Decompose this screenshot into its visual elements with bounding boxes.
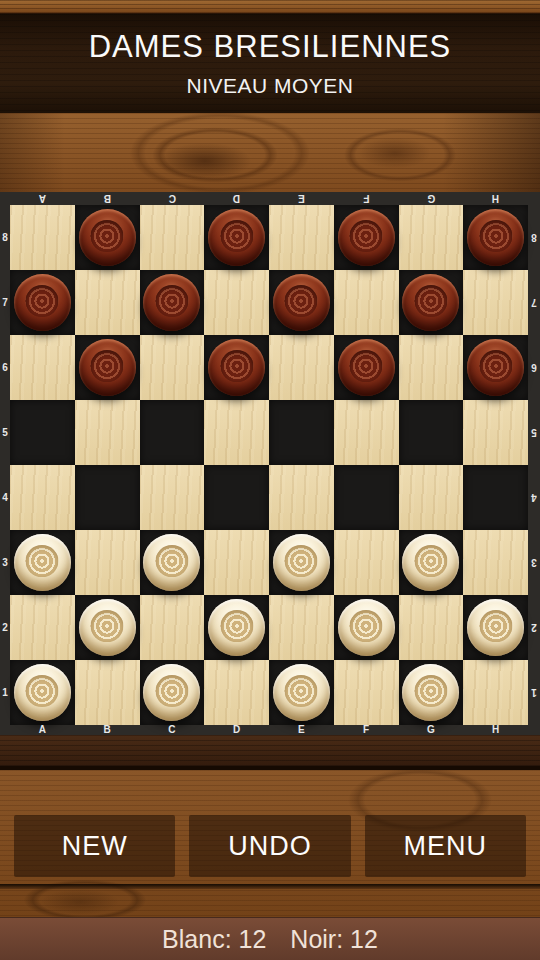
square-f1[interactable] — [334, 660, 399, 725]
piece-black-d6[interactable] — [208, 339, 265, 396]
piece-rings — [155, 675, 188, 707]
piece-rings — [220, 220, 253, 252]
piece-rings — [479, 220, 512, 252]
piece-black-d8[interactable] — [208, 209, 265, 266]
menu-button[interactable]: MENU — [365, 815, 526, 877]
square-a8[interactable] — [10, 205, 75, 270]
square-c4[interactable] — [140, 465, 205, 530]
square-g6[interactable] — [399, 335, 464, 400]
rank-label-5: 5 — [0, 400, 10, 465]
undo-button[interactable]: UNDO — [189, 815, 350, 877]
square-f6[interactable] — [334, 335, 399, 400]
board-grid — [10, 205, 528, 725]
square-e2[interactable] — [269, 595, 334, 660]
piece-rings — [91, 350, 124, 382]
rank-label-7: 7 — [528, 270, 540, 335]
square-e4[interactable] — [269, 465, 334, 530]
black-count: Noir: 12 — [290, 925, 378, 954]
square-h6[interactable] — [463, 335, 528, 400]
piece-black-e7[interactable] — [273, 274, 330, 331]
piece-rings — [350, 610, 383, 642]
square-a2[interactable] — [10, 595, 75, 660]
square-f5[interactable] — [334, 400, 399, 465]
piece-rings — [479, 350, 512, 382]
square-c7[interactable] — [140, 270, 205, 335]
white-count: Blanc: 12 — [162, 925, 266, 954]
square-a6[interactable] — [10, 335, 75, 400]
app-screen: DAMES BRESILIENNES NIVEAU MOYEN ABCDEFGH… — [0, 0, 540, 960]
square-a7[interactable] — [10, 270, 75, 335]
files-bottom: ABCDEFGH — [10, 725, 528, 735]
file-label-c: C — [140, 192, 205, 205]
square-h7[interactable] — [463, 270, 528, 335]
square-d2[interactable] — [204, 595, 269, 660]
square-b8[interactable] — [75, 205, 140, 270]
difficulty-subtitle: NIVEAU MOYEN — [186, 74, 353, 98]
piece-white-b2[interactable] — [79, 599, 136, 656]
square-e8[interactable] — [269, 205, 334, 270]
square-b1[interactable] — [75, 660, 140, 725]
wood-plank-below-board — [0, 735, 540, 770]
piece-white-g1[interactable] — [402, 664, 459, 721]
piece-white-c3[interactable] — [143, 534, 200, 591]
piece-rings — [350, 220, 383, 252]
square-g3[interactable] — [399, 530, 464, 595]
square-a4[interactable] — [10, 465, 75, 530]
square-d5[interactable] — [204, 400, 269, 465]
files-top: ABCDEFGH — [10, 192, 528, 205]
rank-label-2: 2 — [0, 595, 10, 660]
square-d4[interactable] — [204, 465, 269, 530]
square-d3[interactable] — [204, 530, 269, 595]
square-f3[interactable] — [334, 530, 399, 595]
piece-rings — [350, 350, 383, 382]
piece-rings — [414, 285, 447, 317]
rank-label-2: 2 — [528, 595, 540, 660]
square-c6[interactable] — [140, 335, 205, 400]
piece-black-h8[interactable] — [467, 209, 524, 266]
piece-rings — [26, 285, 59, 317]
square-f4[interactable] — [334, 465, 399, 530]
square-g2[interactable] — [399, 595, 464, 660]
piece-black-h6[interactable] — [467, 339, 524, 396]
file-label-h: H — [463, 725, 528, 735]
rank-label-1: 1 — [0, 660, 10, 725]
square-h8[interactable] — [463, 205, 528, 270]
wood-seam — [0, 884, 540, 889]
square-f8[interactable] — [334, 205, 399, 270]
rank-label-6: 6 — [528, 335, 540, 400]
square-b7[interactable] — [75, 270, 140, 335]
new-button[interactable]: NEW — [14, 815, 175, 877]
rank-label-5: 5 — [528, 400, 540, 465]
rank-label-4: 4 — [528, 465, 540, 530]
rank-label-7: 7 — [0, 270, 10, 335]
square-g1[interactable] — [399, 660, 464, 725]
square-g5[interactable] — [399, 400, 464, 465]
piece-rings — [479, 610, 512, 642]
square-a5[interactable] — [10, 400, 75, 465]
piece-white-a3[interactable] — [14, 534, 71, 591]
piece-rings — [155, 545, 188, 577]
piece-white-d2[interactable] — [208, 599, 265, 656]
piece-black-f6[interactable] — [338, 339, 395, 396]
square-c5[interactable] — [140, 400, 205, 465]
square-g8[interactable] — [399, 205, 464, 270]
piece-rings — [220, 610, 253, 642]
piece-black-a7[interactable] — [14, 274, 71, 331]
piece-rings — [26, 545, 59, 577]
file-label-a: A — [10, 192, 75, 205]
piece-black-f8[interactable] — [338, 209, 395, 266]
square-c1[interactable] — [140, 660, 205, 725]
piece-rings — [91, 220, 124, 252]
file-label-b: B — [75, 192, 140, 205]
square-h2[interactable] — [463, 595, 528, 660]
file-label-d: D — [204, 725, 269, 735]
title-band: DAMES BRESILIENNES NIVEAU MOYEN — [0, 14, 540, 113]
square-e1[interactable] — [269, 660, 334, 725]
rank-label-3: 3 — [528, 530, 540, 595]
piece-rings — [285, 545, 318, 577]
piece-white-h2[interactable] — [467, 599, 524, 656]
file-label-e: E — [269, 725, 334, 735]
rank-label-3: 3 — [0, 530, 10, 595]
square-b5[interactable] — [75, 400, 140, 465]
square-h4[interactable] — [463, 465, 528, 530]
rank-label-1: 1 — [528, 660, 540, 725]
checkers-board: ABCDEFGH 87654321 87654321 ABCDEFGH — [0, 192, 540, 735]
piece-white-a1[interactable] — [14, 664, 71, 721]
rank-label-8: 8 — [0, 205, 10, 270]
square-d6[interactable] — [204, 335, 269, 400]
ranks-left: 87654321 — [0, 205, 10, 725]
piece-white-f2[interactable] — [338, 599, 395, 656]
square-a3[interactable] — [10, 530, 75, 595]
piece-white-c1[interactable] — [143, 664, 200, 721]
file-label-b: B — [75, 725, 140, 735]
piece-rings — [220, 350, 253, 382]
file-label-a: A — [10, 725, 75, 735]
square-e3[interactable] — [269, 530, 334, 595]
piece-rings — [26, 675, 59, 707]
file-label-g: G — [399, 725, 464, 735]
square-h1[interactable] — [463, 660, 528, 725]
button-row: NEW UNDO MENU — [0, 770, 540, 877]
square-d8[interactable] — [204, 205, 269, 270]
top-wood-strip — [0, 0, 540, 14]
square-c2[interactable] — [140, 595, 205, 660]
piece-white-e1[interactable] — [273, 664, 330, 721]
piece-black-g7[interactable] — [402, 274, 459, 331]
file-label-f: F — [334, 192, 399, 205]
square-c3[interactable] — [140, 530, 205, 595]
piece-rings — [285, 675, 318, 707]
piece-rings — [155, 285, 188, 317]
piece-black-c7[interactable] — [143, 274, 200, 331]
square-b3[interactable] — [75, 530, 140, 595]
square-d1[interactable] — [204, 660, 269, 725]
square-e7[interactable] — [269, 270, 334, 335]
piece-rings — [414, 545, 447, 577]
square-e6[interactable] — [269, 335, 334, 400]
wood-plank-above-board — [0, 113, 540, 192]
square-g4[interactable] — [399, 465, 464, 530]
square-d7[interactable] — [204, 270, 269, 335]
square-b4[interactable] — [75, 465, 140, 530]
piece-rings — [414, 675, 447, 707]
file-label-h: H — [463, 192, 528, 205]
page-title: DAMES BRESILIENNES — [89, 29, 452, 65]
piece-white-g3[interactable] — [402, 534, 459, 591]
piece-rings — [285, 285, 318, 317]
file-label-d: D — [204, 192, 269, 205]
square-a1[interactable] — [10, 660, 75, 725]
piece-black-b8[interactable] — [79, 209, 136, 266]
square-b6[interactable] — [75, 335, 140, 400]
file-label-f: F — [334, 725, 399, 735]
square-f2[interactable] — [334, 595, 399, 660]
square-h5[interactable] — [463, 400, 528, 465]
square-e5[interactable] — [269, 400, 334, 465]
status-bar: Blanc: 12 Noir: 12 — [0, 917, 540, 960]
ranks-right: 87654321 — [528, 205, 540, 725]
square-g7[interactable] — [399, 270, 464, 335]
square-c8[interactable] — [140, 205, 205, 270]
rank-label-8: 8 — [528, 205, 540, 270]
piece-white-e3[interactable] — [273, 534, 330, 591]
square-b2[interactable] — [75, 595, 140, 660]
square-h3[interactable] — [463, 530, 528, 595]
piece-rings — [91, 610, 124, 642]
file-label-e: E — [269, 192, 334, 205]
controls-section: NEW UNDO MENU — [0, 770, 540, 917]
piece-black-b6[interactable] — [79, 339, 136, 396]
rank-label-4: 4 — [0, 465, 10, 530]
rank-label-6: 6 — [0, 335, 10, 400]
file-label-g: G — [399, 192, 464, 205]
file-label-c: C — [140, 725, 205, 735]
square-f7[interactable] — [334, 270, 399, 335]
